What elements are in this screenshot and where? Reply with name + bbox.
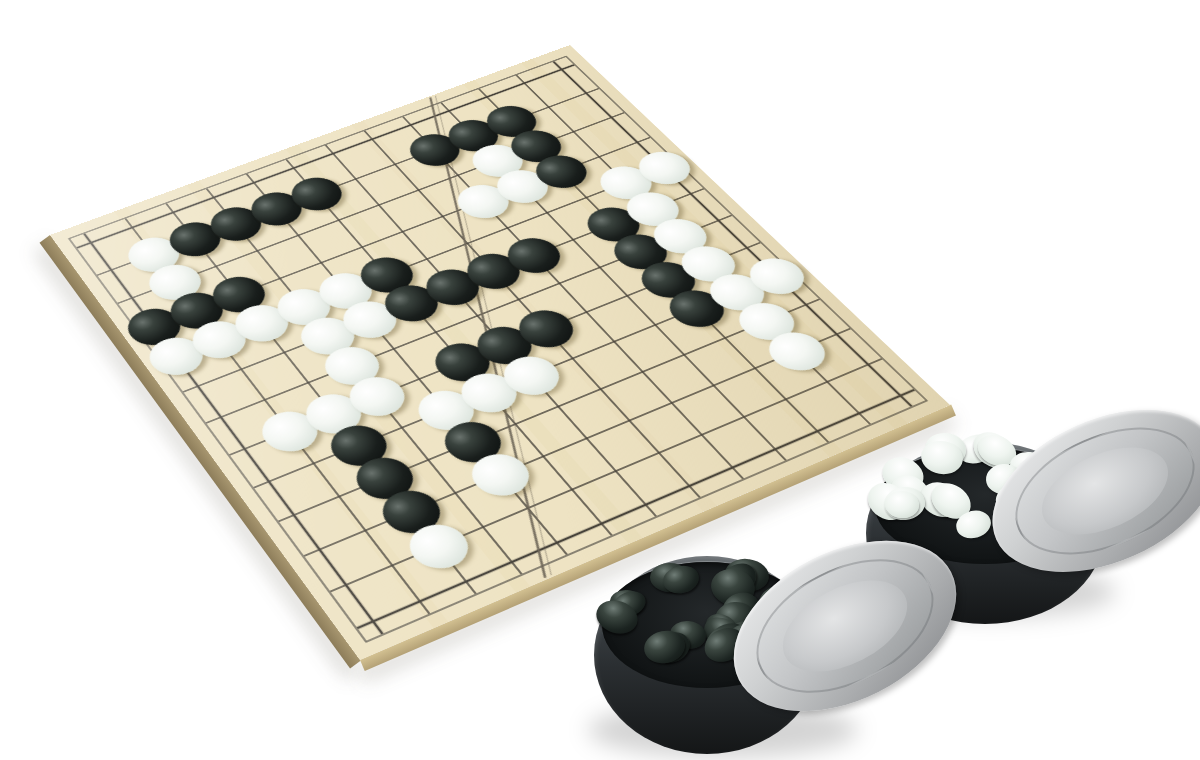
product-photo-scene <box>0 0 1200 760</box>
